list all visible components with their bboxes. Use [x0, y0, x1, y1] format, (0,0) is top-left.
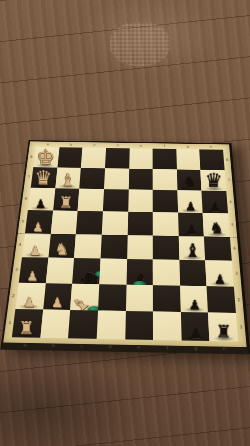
square-a8: ♚ — [33, 147, 59, 167]
photo-scene: abcdefgh abcdefgh 87654321 87654321 ♚♛♝♞… — [0, 0, 250, 446]
coordinate-label: b — [39, 341, 68, 349]
square-h3: ♟ — [205, 260, 233, 286]
square-b8 — [57, 147, 82, 168]
coordinate-label: d — [106, 143, 129, 148]
black-bishop: ♝ — [179, 241, 206, 260]
square-d8 — [105, 148, 129, 169]
white-pawn: ♟ — [22, 244, 48, 257]
square-f4 — [153, 235, 179, 260]
black-queen: ♛ — [202, 171, 227, 191]
coordinate-label: f — [153, 344, 182, 352]
white-knight: ♞ — [48, 241, 74, 258]
black-pawn: ♟ — [178, 200, 203, 213]
square-e5 — [127, 212, 153, 236]
square-b5 — [51, 210, 78, 234]
square-a3: ♟ — [19, 257, 48, 283]
square-a5: ♟ — [25, 210, 53, 233]
square-g8 — [176, 149, 201, 170]
coordinate-label: f — [153, 143, 176, 148]
square-h6: ♟ — [202, 191, 228, 214]
square-b7: ♝ — [55, 167, 81, 188]
square-h8 — [200, 149, 225, 170]
square-e6 — [128, 190, 153, 212]
square-e4 — [127, 235, 153, 260]
white-rook: ♜ — [53, 194, 78, 210]
square-g7: ♞ — [177, 169, 202, 191]
square-e1 — [125, 311, 153, 340]
board-frame: abcdefgh abcdefgh 87654321 87654321 ♚♛♝♞… — [0, 140, 250, 354]
square-e3: ♝ — [126, 259, 153, 285]
square-d2 — [98, 284, 126, 311]
square-h2 — [207, 286, 236, 313]
coordinate-label: c — [83, 142, 107, 147]
white-pawn: ♟ — [43, 296, 71, 310]
square-g6: ♟ — [177, 190, 203, 213]
square-d6 — [103, 189, 129, 211]
black-pawn: ♟ — [203, 200, 228, 213]
white-rook: ♜ — [12, 319, 41, 337]
black-pawn: ♟ — [181, 298, 209, 312]
square-h4 — [204, 236, 232, 261]
coordinate-label: g — [182, 344, 211, 352]
square-h1: ♜ — [208, 313, 238, 342]
floor-light-reflection — [110, 22, 170, 66]
square-d4 — [100, 234, 127, 259]
square-g5: ♟ — [178, 213, 204, 237]
square-b1 — [40, 310, 70, 339]
square-c6 — [78, 189, 104, 211]
white-pawn: ♟ — [19, 269, 46, 283]
square-f8 — [153, 149, 177, 170]
chess-board-grid: ♚♛♝♞♛♟♜♟♟♟♟♞♟♞♝♟♚♝♟♟♟♝♟♜♟♜ — [12, 147, 238, 342]
black-pawn: ♟ — [28, 197, 53, 210]
square-b3 — [46, 258, 75, 284]
square-a4: ♟ — [22, 233, 51, 258]
black-pawn: ♟ — [207, 272, 234, 286]
white-pawn: ♟ — [16, 295, 44, 309]
square-a7: ♛ — [31, 167, 57, 188]
square-d1 — [97, 311, 126, 340]
square-h7: ♛ — [201, 170, 227, 192]
coordinate-label: d — [96, 342, 125, 350]
square-g1: ♟ — [181, 312, 210, 341]
white-pawn: ♟ — [25, 220, 51, 233]
black-pawn: ♟ — [181, 326, 210, 340]
square-d7 — [104, 168, 129, 189]
coordinate-label: h — [210, 345, 239, 353]
square-c7 — [79, 168, 104, 189]
square-e8 — [129, 148, 153, 169]
square-f6 — [153, 190, 178, 213]
square-c3: ♚ — [72, 258, 100, 284]
square-b6: ♜ — [53, 188, 80, 210]
square-h5: ♞ — [203, 213, 230, 237]
coordinate-label: h — [199, 144, 223, 149]
square-g2: ♟ — [180, 285, 208, 312]
square-c1 — [68, 310, 98, 339]
coordinate-label: g — [176, 144, 200, 149]
black-pawn: ♟ — [178, 223, 204, 236]
black-knight: ♞ — [177, 175, 202, 191]
square-f1 — [153, 312, 181, 341]
square-d3 — [99, 259, 126, 285]
square-c8 — [81, 148, 106, 169]
white-queen: ♛ — [31, 168, 56, 188]
square-b4: ♞ — [48, 234, 76, 259]
square-d5 — [102, 211, 128, 235]
square-f5 — [153, 212, 179, 236]
square-g3 — [179, 260, 207, 286]
white-king: ♚ — [34, 146, 58, 167]
white-bishop: ♝ — [55, 171, 80, 188]
square-b2: ♟ — [43, 283, 73, 310]
black-knight: ♞ — [204, 220, 230, 236]
square-f2 — [153, 285, 181, 312]
coordinate-label: e — [129, 143, 152, 148]
coordinate-label: a — [10, 341, 39, 349]
square-f7 — [153, 169, 178, 191]
square-f3 — [153, 260, 180, 286]
square-a1: ♜ — [12, 309, 43, 338]
coordinate-label: e — [125, 343, 154, 351]
square-a6: ♟ — [28, 188, 55, 210]
coordinate-label: c — [67, 342, 96, 350]
square-c5 — [76, 211, 103, 235]
square-e2 — [125, 285, 153, 312]
square-a2: ♟ — [15, 283, 45, 310]
coordinate-label: b — [59, 142, 83, 147]
square-g4: ♝ — [179, 236, 206, 261]
square-c4 — [74, 234, 101, 259]
chess-board: abcdefgh abcdefgh 87654321 87654321 ♚♛♝♞… — [0, 140, 250, 354]
square-c2: ♝ — [70, 284, 99, 311]
black-rook: ♜ — [210, 323, 239, 341]
square-e7 — [128, 169, 152, 190]
